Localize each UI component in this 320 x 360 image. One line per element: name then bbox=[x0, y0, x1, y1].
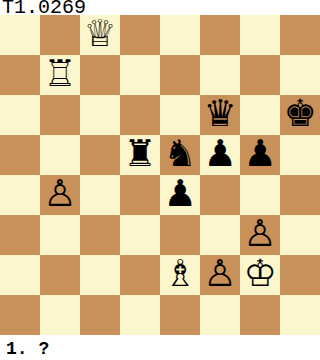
piece-black-king: ♚ bbox=[283, 95, 316, 134]
square-g2[interactable]: ♔ bbox=[240, 255, 280, 295]
square-b5[interactable] bbox=[40, 135, 80, 175]
piece-white-bishop: ♗ bbox=[163, 255, 196, 294]
square-e1[interactable] bbox=[160, 295, 200, 335]
piece-white-queen: ♕ bbox=[83, 15, 116, 54]
square-g5[interactable]: ♟ bbox=[240, 135, 280, 175]
square-c1[interactable] bbox=[80, 295, 120, 335]
square-c7[interactable] bbox=[80, 55, 120, 95]
square-f5[interactable]: ♟ bbox=[200, 135, 240, 175]
square-d4[interactable] bbox=[120, 175, 160, 215]
square-f3[interactable] bbox=[200, 215, 240, 255]
square-h3[interactable] bbox=[280, 215, 320, 255]
square-h8[interactable] bbox=[280, 15, 320, 55]
square-g1[interactable] bbox=[240, 295, 280, 335]
square-e6[interactable] bbox=[160, 95, 200, 135]
square-b4[interactable]: ♙ bbox=[40, 175, 80, 215]
square-f4[interactable] bbox=[200, 175, 240, 215]
square-h1[interactable] bbox=[280, 295, 320, 335]
piece-white-pawn: ♙ bbox=[43, 175, 76, 214]
square-a2[interactable] bbox=[0, 255, 40, 295]
square-e4[interactable]: ♟ bbox=[160, 175, 200, 215]
piece-black-knight: ♞ bbox=[163, 135, 196, 174]
square-a6[interactable] bbox=[0, 95, 40, 135]
puzzle-title: T1.0269 bbox=[2, 0, 86, 15]
square-c5[interactable] bbox=[80, 135, 120, 175]
square-a5[interactable] bbox=[0, 135, 40, 175]
square-c4[interactable] bbox=[80, 175, 120, 215]
square-h4[interactable] bbox=[280, 175, 320, 215]
square-h2[interactable] bbox=[280, 255, 320, 295]
square-b8[interactable] bbox=[40, 15, 80, 55]
square-d6[interactable] bbox=[120, 95, 160, 135]
square-f8[interactable] bbox=[200, 15, 240, 55]
square-d2[interactable] bbox=[120, 255, 160, 295]
square-c2[interactable] bbox=[80, 255, 120, 295]
move-prompt: 1. ? bbox=[6, 338, 49, 360]
square-e2[interactable]: ♗ bbox=[160, 255, 200, 295]
square-a4[interactable] bbox=[0, 175, 40, 215]
square-g7[interactable] bbox=[240, 55, 280, 95]
puzzle-page: T1.0269 ♕♖♛♚♜♞♟♟♙♟♙♗♙♔ 1. ? bbox=[0, 0, 320, 360]
square-g8[interactable] bbox=[240, 15, 280, 55]
piece-white-pawn: ♙ bbox=[243, 215, 276, 254]
square-c6[interactable] bbox=[80, 95, 120, 135]
square-g3[interactable]: ♙ bbox=[240, 215, 280, 255]
square-c3[interactable] bbox=[80, 215, 120, 255]
square-d3[interactable] bbox=[120, 215, 160, 255]
piece-white-pawn: ♙ bbox=[203, 255, 236, 294]
square-h6[interactable]: ♚ bbox=[280, 95, 320, 135]
square-e3[interactable] bbox=[160, 215, 200, 255]
square-g6[interactable] bbox=[240, 95, 280, 135]
square-c8[interactable]: ♕ bbox=[80, 15, 120, 55]
square-a1[interactable] bbox=[0, 295, 40, 335]
square-d1[interactable] bbox=[120, 295, 160, 335]
piece-white-king: ♔ bbox=[243, 255, 276, 294]
chess-board: ♕♖♛♚♜♞♟♟♙♟♙♗♙♔ bbox=[0, 15, 320, 335]
square-a7[interactable] bbox=[0, 55, 40, 95]
piece-black-pawn: ♟ bbox=[163, 175, 196, 214]
square-b6[interactable] bbox=[40, 95, 80, 135]
square-b2[interactable] bbox=[40, 255, 80, 295]
square-e5[interactable]: ♞ bbox=[160, 135, 200, 175]
square-h7[interactable] bbox=[280, 55, 320, 95]
square-d7[interactable] bbox=[120, 55, 160, 95]
square-a8[interactable] bbox=[0, 15, 40, 55]
square-d5[interactable]: ♜ bbox=[120, 135, 160, 175]
square-f7[interactable] bbox=[200, 55, 240, 95]
square-h5[interactable] bbox=[280, 135, 320, 175]
piece-black-rook: ♜ bbox=[123, 135, 156, 174]
piece-white-rook: ♖ bbox=[43, 55, 76, 94]
square-f1[interactable] bbox=[200, 295, 240, 335]
square-b7[interactable]: ♖ bbox=[40, 55, 80, 95]
square-d8[interactable] bbox=[120, 15, 160, 55]
square-b3[interactable] bbox=[40, 215, 80, 255]
piece-black-queen: ♛ bbox=[203, 95, 236, 134]
square-f6[interactable]: ♛ bbox=[200, 95, 240, 135]
piece-black-pawn: ♟ bbox=[243, 135, 276, 174]
piece-black-pawn: ♟ bbox=[203, 135, 236, 174]
square-f2[interactable]: ♙ bbox=[200, 255, 240, 295]
square-a3[interactable] bbox=[0, 215, 40, 255]
square-e8[interactable] bbox=[160, 15, 200, 55]
square-g4[interactable] bbox=[240, 175, 280, 215]
square-b1[interactable] bbox=[40, 295, 80, 335]
square-e7[interactable] bbox=[160, 55, 200, 95]
